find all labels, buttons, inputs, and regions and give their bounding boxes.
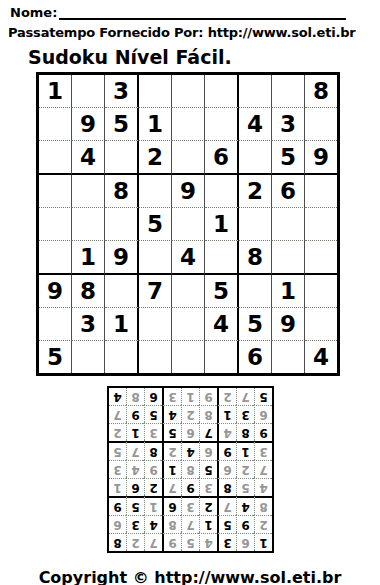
solution-cell: 5 bbox=[236, 478, 254, 496]
solution-cell: 8 bbox=[126, 388, 144, 405]
puzzle-cell-given: 1 bbox=[272, 275, 305, 308]
solution-cell: 4 bbox=[199, 533, 217, 551]
puzzle-cell-given: 9 bbox=[272, 308, 305, 341]
solution-cell: 2 bbox=[236, 460, 254, 478]
puzzle-cell-empty[interactable] bbox=[272, 208, 305, 241]
solution-cell: 9 bbox=[126, 405, 144, 423]
solution-cell: 3 bbox=[126, 515, 144, 533]
solution-cell: 6 bbox=[236, 533, 254, 551]
puzzle-cell-given: 8 bbox=[105, 175, 139, 208]
copyright-text: Copyright © http://www.sol.eti.br bbox=[0, 568, 380, 585]
puzzle-cell-given: 1 bbox=[39, 75, 72, 108]
puzzle-cell-empty[interactable] bbox=[305, 275, 337, 308]
solution-cell: 8 bbox=[162, 515, 181, 533]
solution-cell: 4 bbox=[162, 405, 181, 423]
solution-cell: 3 bbox=[236, 405, 254, 423]
solution-cell: 3 bbox=[144, 423, 162, 441]
puzzle-cell-given: 5 bbox=[139, 208, 172, 241]
solution-cell: 1 bbox=[254, 533, 272, 551]
puzzle-cell-given: 3 bbox=[272, 108, 305, 141]
puzzle-cell-empty[interactable] bbox=[72, 208, 105, 241]
puzzle-cell-given: 9 bbox=[172, 175, 205, 208]
solution-cell: 9 bbox=[217, 441, 236, 460]
puzzle-cell-given: 1 bbox=[139, 108, 172, 141]
puzzle-cell-empty[interactable] bbox=[205, 341, 239, 373]
puzzle-cell-empty[interactable] bbox=[239, 208, 272, 241]
puzzle-cell-given: 4 bbox=[239, 108, 272, 141]
solution-cell: 5 bbox=[126, 496, 144, 515]
puzzle-cell-empty[interactable] bbox=[305, 208, 337, 241]
solution-cell: 1 bbox=[236, 441, 254, 460]
puzzle-cell-empty[interactable] bbox=[205, 241, 239, 275]
solution-cell: 1 bbox=[181, 388, 199, 405]
sudoku-solution-grid-rotated: 1634597282951784368472361594583972617265… bbox=[107, 386, 274, 553]
puzzle-cell-empty[interactable] bbox=[105, 141, 139, 175]
solution-cell: 7 bbox=[144, 533, 162, 551]
puzzle-cell-empty[interactable] bbox=[272, 241, 305, 275]
solution-cell: 6 bbox=[162, 496, 181, 515]
puzzle-cell-empty[interactable] bbox=[105, 341, 139, 373]
puzzle-cell-empty[interactable] bbox=[305, 241, 337, 275]
puzzle-cell-given: 3 bbox=[105, 75, 139, 108]
solution-cell: 5 bbox=[254, 388, 272, 405]
puzzle-cell-given: 4 bbox=[205, 308, 239, 341]
puzzle-cell-empty[interactable] bbox=[39, 175, 72, 208]
puzzle-cell-given: 5 bbox=[239, 308, 272, 341]
solution-cell: 3 bbox=[162, 388, 181, 405]
puzzle-cell-empty[interactable] bbox=[72, 175, 105, 208]
puzzle-cell-empty[interactable] bbox=[172, 208, 205, 241]
solution-cell: 5 bbox=[181, 533, 199, 551]
name-row: Nome: bbox=[0, 0, 380, 20]
puzzle-cell-empty[interactable] bbox=[172, 141, 205, 175]
puzzle-cell-empty[interactable] bbox=[139, 75, 172, 108]
puzzle-cell-given: 2 bbox=[139, 141, 172, 175]
puzzle-cell-given: 9 bbox=[105, 241, 139, 275]
puzzle-cell-given: 5 bbox=[39, 341, 72, 373]
sudoku-puzzle-grid: 138951434265989265119489875131459564 bbox=[36, 72, 340, 376]
puzzle-cell-empty[interactable] bbox=[239, 275, 272, 308]
solution-cell: 7 bbox=[126, 441, 144, 460]
solution-cell: 1 bbox=[109, 478, 126, 496]
solution-cell: 4 bbox=[109, 388, 126, 405]
puzzle-cell-empty[interactable] bbox=[39, 308, 72, 341]
page-title: Sudoku Nível Fácil. bbox=[0, 40, 380, 68]
solution-cell: 3 bbox=[254, 441, 272, 460]
solution-cell: 8 bbox=[199, 405, 217, 423]
solution-cell: 8 bbox=[109, 533, 126, 551]
solution-cell: 5 bbox=[162, 423, 181, 441]
solution-cell: 8 bbox=[254, 496, 272, 515]
puzzle-cell-given: 5 bbox=[105, 108, 139, 141]
puzzle-cell-empty[interactable] bbox=[172, 275, 205, 308]
puzzle-cell-empty[interactable] bbox=[172, 308, 205, 341]
solution-cell: 9 bbox=[109, 496, 126, 515]
solution-cell: 8 bbox=[217, 478, 236, 496]
solution-cell: 9 bbox=[254, 423, 272, 441]
puzzle-cell-empty[interactable] bbox=[239, 141, 272, 175]
puzzle-cell-given: 5 bbox=[272, 141, 305, 175]
puzzle-cell-given: 6 bbox=[239, 341, 272, 373]
solution-cell: 2 bbox=[254, 515, 272, 533]
solution-cell: 1 bbox=[199, 515, 217, 533]
puzzle-cell-given: 9 bbox=[305, 141, 337, 175]
puzzle-cell-given: 4 bbox=[305, 341, 337, 373]
worksheet-page: Nome: Passatempo Fornecido Por: http://w… bbox=[0, 0, 380, 585]
solution-cell: 7 bbox=[109, 405, 126, 423]
solution-cell: 4 bbox=[236, 496, 254, 515]
solution-cell: 7 bbox=[254, 460, 272, 478]
solution-cell: 7 bbox=[181, 515, 199, 533]
solution-cell: 3 bbox=[181, 496, 199, 515]
solution-cell: 2 bbox=[162, 441, 181, 460]
puzzle-cell-empty[interactable] bbox=[272, 341, 305, 373]
puzzle-cell-empty[interactable] bbox=[105, 208, 139, 241]
solution-cell: 9 bbox=[144, 460, 162, 478]
name-label: Nome: bbox=[10, 6, 57, 20]
puzzle-cell-empty[interactable] bbox=[205, 108, 239, 141]
solution-cell: 7 bbox=[217, 496, 236, 515]
solution-cell: 7 bbox=[236, 388, 254, 405]
solution-cell: 2 bbox=[144, 478, 162, 496]
solution-cell: 8 bbox=[181, 460, 199, 478]
solution-cell: 4 bbox=[217, 423, 236, 441]
solution-cell: 5 bbox=[109, 441, 126, 460]
solution-cell: 6 bbox=[181, 423, 199, 441]
puzzle-cell-empty[interactable] bbox=[205, 175, 239, 208]
solution-cell: 9 bbox=[236, 515, 254, 533]
puzzle-cell-given: 3 bbox=[72, 308, 105, 341]
solution-cell: 9 bbox=[162, 533, 181, 551]
puzzle-cell-empty[interactable] bbox=[239, 75, 272, 108]
puzzle-cell-empty[interactable] bbox=[39, 108, 72, 141]
solution-cell: 2 bbox=[126, 533, 144, 551]
solution-cell: 6 bbox=[199, 441, 217, 460]
solution-cell: 3 bbox=[199, 478, 217, 496]
puzzle-cell-given: 4 bbox=[172, 241, 205, 275]
solution-cell: 6 bbox=[217, 460, 236, 478]
puzzle-cell-empty[interactable] bbox=[305, 175, 337, 208]
puzzle-cell-empty[interactable] bbox=[205, 75, 239, 108]
puzzle-cell-empty[interactable] bbox=[172, 108, 205, 141]
puzzle-cell-empty[interactable] bbox=[139, 308, 172, 341]
puzzle-cell-given: 9 bbox=[39, 275, 72, 308]
solution-cell: 2 bbox=[181, 405, 199, 423]
solution-cell: 9 bbox=[181, 478, 199, 496]
puzzle-cell-empty[interactable] bbox=[39, 241, 72, 275]
puzzle-cell-given: 1 bbox=[205, 208, 239, 241]
puzzle-cell-given: 5 bbox=[205, 275, 239, 308]
name-blank-line[interactable] bbox=[59, 5, 346, 20]
solution-cell: 1 bbox=[217, 405, 236, 423]
puzzle-cell-empty[interactable] bbox=[105, 275, 139, 308]
puzzle-cell-given: 1 bbox=[72, 241, 105, 275]
puzzle-cell-empty[interactable] bbox=[139, 175, 172, 208]
puzzle-cell-empty[interactable] bbox=[39, 208, 72, 241]
puzzle-cell-given: 8 bbox=[305, 75, 337, 108]
solution-cell: 9 bbox=[199, 388, 217, 405]
puzzle-cell-given: 6 bbox=[205, 141, 239, 175]
puzzle-cell-empty[interactable] bbox=[305, 108, 337, 141]
solution-cell: 1 bbox=[126, 423, 144, 441]
solution-cell: 5 bbox=[217, 515, 236, 533]
solution-cell: 6 bbox=[144, 388, 162, 405]
puzzle-cell-empty[interactable] bbox=[72, 75, 105, 108]
solution-cell: 4 bbox=[144, 515, 162, 533]
provided-by-text: Passatempo Fornecido Por: http://www.sol… bbox=[0, 20, 380, 40]
solution-cell: 5 bbox=[199, 460, 217, 478]
solution-cell: 2 bbox=[217, 388, 236, 405]
puzzle-cell-given: 8 bbox=[239, 241, 272, 275]
solution-cell: 6 bbox=[126, 478, 144, 496]
puzzle-cell-empty[interactable] bbox=[172, 75, 205, 108]
puzzle-cell-given: 2 bbox=[239, 175, 272, 208]
solution-cell: 5 bbox=[144, 405, 162, 423]
puzzle-cell-given: 7 bbox=[139, 275, 172, 308]
puzzle-cell-given: 6 bbox=[272, 175, 305, 208]
solution-cell: 2 bbox=[109, 423, 126, 441]
puzzle-cell-empty[interactable] bbox=[305, 308, 337, 341]
solution-cell: 4 bbox=[254, 478, 272, 496]
puzzle-cell-given: 9 bbox=[72, 108, 105, 141]
solution-cell: 4 bbox=[181, 441, 199, 460]
solution-cell: 2 bbox=[199, 496, 217, 515]
solution-cell: 6 bbox=[254, 405, 272, 423]
solution-cell: 7 bbox=[199, 423, 217, 441]
solution-cell: 6 bbox=[109, 515, 126, 533]
solution-cell: 7 bbox=[162, 478, 181, 496]
puzzle-cell-given: 8 bbox=[72, 275, 105, 308]
puzzle-cell-empty[interactable] bbox=[139, 241, 172, 275]
puzzle-cell-given: 1 bbox=[105, 308, 139, 341]
solution-cell: 8 bbox=[144, 441, 162, 460]
solution-cell: 4 bbox=[126, 460, 144, 478]
puzzle-cell-given: 4 bbox=[72, 141, 105, 175]
solution-cell: 3 bbox=[109, 460, 126, 478]
puzzle-cell-empty[interactable] bbox=[272, 75, 305, 108]
puzzle-cell-empty[interactable] bbox=[172, 341, 205, 373]
puzzle-cell-empty[interactable] bbox=[39, 141, 72, 175]
puzzle-cell-empty[interactable] bbox=[139, 341, 172, 373]
solution-cell: 3 bbox=[217, 533, 236, 551]
solution-cell: 8 bbox=[236, 423, 254, 441]
solution-cell: 1 bbox=[162, 460, 181, 478]
puzzle-cell-empty[interactable] bbox=[72, 341, 105, 373]
solution-cell: 1 bbox=[144, 496, 162, 515]
